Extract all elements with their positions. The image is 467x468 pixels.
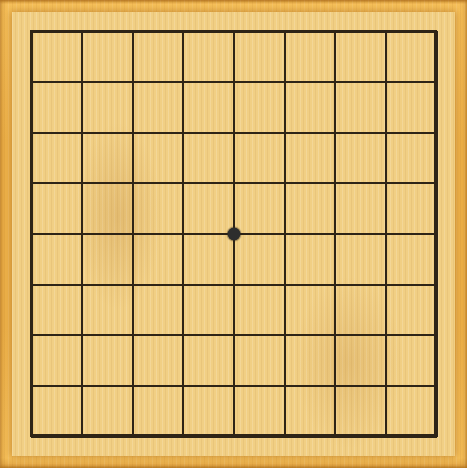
grid-line-vertical — [81, 310, 83, 361]
grid-line-vertical — [30, 158, 32, 209]
grid-line-vertical — [81, 411, 83, 436]
intersection-H6[interactable] — [361, 158, 412, 209]
grid-line-vertical — [284, 107, 286, 158]
grid-line-vertical — [132, 209, 134, 260]
grid-line-horizontal — [31, 81, 56, 83]
grid-line-vertical — [284, 31, 286, 56]
grid-line-vertical — [284, 361, 286, 412]
grid-line-horizontal — [411, 30, 436, 32]
intersection-D7[interactable] — [158, 107, 209, 158]
intersection-D8[interactable] — [158, 57, 209, 108]
grid-line-vertical — [182, 158, 184, 209]
grid-line-vertical — [334, 31, 336, 56]
grid-line-vertical — [132, 361, 134, 412]
grid-line-vertical — [385, 310, 387, 361]
grid-line-vertical — [233, 361, 235, 412]
intersection-A5[interactable] — [6, 209, 57, 260]
grid-line-vertical — [284, 158, 286, 209]
grid-line-vertical — [334, 107, 336, 158]
intersection-G1[interactable] — [310, 411, 361, 462]
grid-line-vertical — [284, 259, 286, 310]
intersection-G4[interactable] — [310, 259, 361, 310]
grid-line-horizontal — [411, 334, 436, 336]
grid-line-vertical — [334, 411, 336, 436]
grid-line-horizontal — [411, 182, 436, 184]
intersection-F3[interactable] — [259, 310, 310, 361]
intersection-H8[interactable] — [361, 57, 412, 108]
grid-line-vertical — [284, 411, 286, 436]
grid-line-horizontal — [411, 81, 436, 83]
intersection-H1[interactable] — [361, 411, 412, 462]
grid-line-horizontal — [411, 436, 436, 438]
intersection-B5[interactable] — [57, 209, 108, 260]
grid-line-vertical — [132, 411, 134, 436]
grid-line-vertical — [436, 57, 438, 108]
intersection-G7[interactable] — [310, 107, 361, 158]
intersection-H3[interactable] — [361, 310, 412, 361]
grid-line-vertical — [182, 57, 184, 108]
intersection-H5[interactable] — [361, 209, 412, 260]
intersection-D3[interactable] — [158, 310, 209, 361]
grid-line-vertical — [30, 107, 32, 158]
intersection-E7[interactable] — [209, 107, 260, 158]
intersection-C3[interactable] — [107, 310, 158, 361]
grid-line-vertical — [385, 411, 387, 436]
star-point-tengen — [227, 227, 240, 240]
intersection-A2[interactable] — [6, 361, 57, 412]
intersection-D6[interactable] — [158, 158, 209, 209]
grid-line-vertical — [182, 411, 184, 436]
grid-line-vertical — [30, 411, 32, 436]
grid-line-vertical — [385, 57, 387, 108]
grid-line-vertical — [385, 209, 387, 260]
grid-line-vertical — [385, 31, 387, 56]
intersection-J4[interactable] — [411, 259, 462, 310]
intersection-C5[interactable] — [107, 209, 158, 260]
intersection-C6[interactable] — [107, 158, 158, 209]
intersection-B1[interactable] — [57, 411, 108, 462]
intersection-G9[interactable] — [310, 6, 361, 57]
intersection-E3[interactable] — [209, 310, 260, 361]
grid-line-vertical — [284, 57, 286, 108]
grid-line-vertical — [81, 361, 83, 412]
grid-line-vertical — [30, 31, 32, 56]
grid-line-vertical — [385, 107, 387, 158]
grid-line-vertical — [182, 209, 184, 260]
grid-line-vertical — [81, 57, 83, 108]
grid-line-vertical — [182, 107, 184, 158]
intersection-C8[interactable] — [107, 57, 158, 108]
grid-line-vertical — [81, 107, 83, 158]
intersection-A6[interactable] — [6, 158, 57, 209]
grid-line-vertical — [81, 158, 83, 209]
grid-line-vertical — [233, 107, 235, 158]
grid-line-vertical — [334, 158, 336, 209]
grid-line-vertical — [233, 259, 235, 310]
intersection-H4[interactable] — [361, 259, 412, 310]
intersection-D9[interactable] — [158, 6, 209, 57]
grid-line-vertical — [436, 158, 438, 209]
intersection-F9[interactable] — [259, 6, 310, 57]
grid-line-vertical — [436, 107, 438, 158]
grid-line-vertical — [334, 209, 336, 260]
intersection-G6[interactable] — [310, 158, 361, 209]
grid-line-vertical — [182, 259, 184, 310]
grid-line-vertical — [81, 31, 83, 56]
grid-line-vertical — [132, 259, 134, 310]
grid-line-vertical — [233, 411, 235, 436]
intersection-B4[interactable] — [57, 259, 108, 310]
grid-line-vertical — [132, 158, 134, 209]
intersection-D2[interactable] — [158, 361, 209, 412]
intersection-A9[interactable] — [6, 6, 57, 57]
intersection-E8[interactable] — [209, 57, 260, 108]
intersection-B3[interactable] — [57, 310, 108, 361]
intersection-E9[interactable] — [209, 6, 260, 57]
intersection-B8[interactable] — [57, 57, 108, 108]
grid-line-horizontal — [411, 132, 436, 134]
grid-line-horizontal — [31, 233, 56, 235]
intersection-G3[interactable] — [310, 310, 361, 361]
intersection-G2[interactable] — [310, 361, 361, 412]
intersection-C1[interactable] — [107, 411, 158, 462]
grid-line-vertical — [385, 361, 387, 412]
intersection-A8[interactable] — [6, 57, 57, 108]
grid-line-vertical — [132, 107, 134, 158]
grid-line-vertical — [233, 57, 235, 108]
grid-line-vertical — [30, 209, 32, 260]
intersection-A4[interactable] — [6, 259, 57, 310]
grid-line-vertical — [436, 411, 438, 436]
grid-line-vertical — [334, 361, 336, 412]
intersection-C7[interactable] — [107, 107, 158, 158]
grid-line-vertical — [182, 310, 184, 361]
grid-line-vertical — [385, 158, 387, 209]
intersection-A1[interactable] — [6, 411, 57, 462]
grid-line-vertical — [385, 259, 387, 310]
intersection-H9[interactable] — [361, 6, 412, 57]
grid-line-vertical — [30, 57, 32, 108]
grid-line-horizontal — [31, 385, 56, 387]
intersection-F8[interactable] — [259, 57, 310, 108]
intersection-H2[interactable] — [361, 361, 412, 412]
grid-line-vertical — [436, 361, 438, 412]
grid-line-vertical — [30, 310, 32, 361]
intersection-A7[interactable] — [6, 107, 57, 158]
grid-line-vertical — [81, 259, 83, 310]
board-surface — [12, 12, 455, 456]
grid-line-vertical — [132, 310, 134, 361]
grid-line-horizontal — [411, 385, 436, 387]
grid-line-vertical — [284, 310, 286, 361]
grid-line-vertical — [334, 57, 336, 108]
intersection-J5[interactable] — [411, 209, 462, 260]
intersection-F4[interactable] — [259, 259, 310, 310]
grid-line-vertical — [436, 310, 438, 361]
grid-line-horizontal — [411, 284, 436, 286]
intersection-B7[interactable] — [57, 107, 108, 158]
intersection-F1[interactable] — [259, 411, 310, 462]
intersection-C9[interactable] — [107, 6, 158, 57]
go-grid — [6, 6, 462, 462]
grid-line-vertical — [436, 259, 438, 310]
intersection-J7[interactable] — [411, 107, 462, 158]
intersection-C4[interactable] — [107, 259, 158, 310]
intersection-J9[interactable] — [411, 6, 462, 57]
intersection-D4[interactable] — [158, 259, 209, 310]
intersection-B9[interactable] — [57, 6, 108, 57]
intersection-G5[interactable] — [310, 209, 361, 260]
grid-line-vertical — [233, 31, 235, 56]
grid-line-vertical — [30, 361, 32, 412]
go-board-frame — [0, 0, 467, 468]
intersection-J2[interactable] — [411, 361, 462, 412]
grid-line-horizontal — [31, 284, 56, 286]
intersection-J3[interactable] — [411, 310, 462, 361]
grid-line-vertical — [334, 259, 336, 310]
grid-line-horizontal — [411, 233, 436, 235]
intersection-B6[interactable] — [57, 158, 108, 209]
grid-line-vertical — [182, 31, 184, 56]
grid-line-horizontal — [31, 132, 56, 134]
grid-line-vertical — [334, 310, 336, 361]
intersection-D1[interactable] — [158, 411, 209, 462]
intersection-C2[interactable] — [107, 361, 158, 412]
intersection-D5[interactable] — [158, 209, 209, 260]
intersection-J1[interactable] — [411, 411, 462, 462]
intersection-A3[interactable] — [6, 310, 57, 361]
intersection-G8[interactable] — [310, 57, 361, 108]
intersection-H7[interactable] — [361, 107, 412, 158]
grid-line-vertical — [132, 31, 134, 56]
intersection-E5[interactable] — [209, 209, 260, 260]
grid-line-vertical — [233, 158, 235, 209]
grid-line-vertical — [436, 209, 438, 260]
intersection-E4[interactable] — [209, 259, 260, 310]
grid-line-vertical — [284, 209, 286, 260]
intersection-E1[interactable] — [209, 411, 260, 462]
intersection-F2[interactable] — [259, 361, 310, 412]
grid-line-vertical — [30, 259, 32, 310]
grid-line-horizontal — [31, 334, 56, 336]
grid-line-vertical — [81, 209, 83, 260]
intersection-B2[interactable] — [57, 361, 108, 412]
intersection-F6[interactable] — [259, 158, 310, 209]
grid-line-horizontal — [31, 436, 56, 438]
intersection-J8[interactable] — [411, 57, 462, 108]
grid-line-vertical — [182, 361, 184, 412]
intersection-F7[interactable] — [259, 107, 310, 158]
intersection-E6[interactable] — [209, 158, 260, 209]
grid-line-horizontal — [31, 182, 56, 184]
grid-line-vertical — [436, 31, 438, 56]
intersection-E2[interactable] — [209, 361, 260, 412]
intersection-F5[interactable] — [259, 209, 310, 260]
intersection-J6[interactable] — [411, 158, 462, 209]
grid-line-vertical — [233, 310, 235, 361]
grid-line-horizontal — [31, 30, 56, 32]
grid-line-vertical — [132, 57, 134, 108]
